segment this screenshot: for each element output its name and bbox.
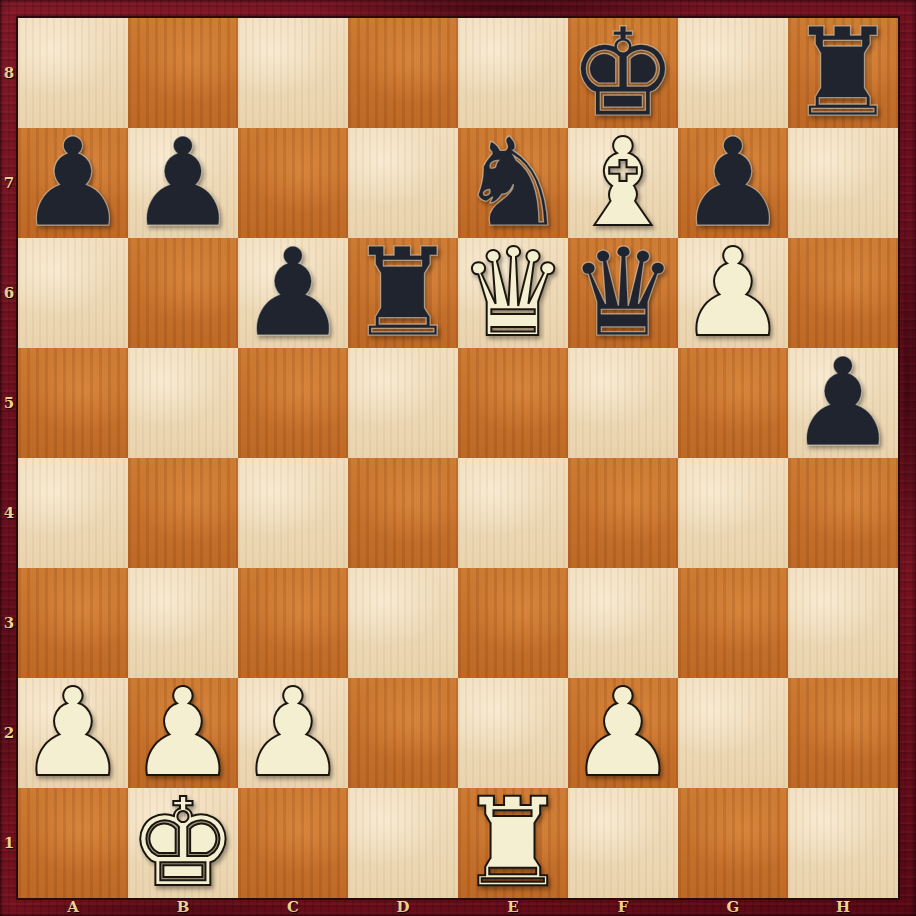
rank-label-5: 5 <box>0 348 18 458</box>
square-d3[interactable] <box>348 568 458 678</box>
square-e6[interactable]: ♛ <box>458 238 568 348</box>
square-f1[interactable] <box>568 788 678 898</box>
rank-label-4: 4 <box>0 458 18 568</box>
piece-white-king[interactable]: ♚ <box>128 788 238 898</box>
square-g1[interactable] <box>678 788 788 898</box>
square-f2[interactable]: ♟ <box>568 678 678 788</box>
file-label-g: G <box>678 898 788 916</box>
piece-black-rook[interactable]: ♜ <box>788 18 898 128</box>
square-d4[interactable] <box>348 458 458 568</box>
rank-label-6: 6 <box>0 238 18 348</box>
square-e4[interactable] <box>458 458 568 568</box>
square-d1[interactable] <box>348 788 458 898</box>
piece-black-pawn[interactable]: ♟ <box>238 238 348 348</box>
rank-labels: 87654321 <box>0 18 18 898</box>
square-c4[interactable] <box>238 458 348 568</box>
piece-black-pawn[interactable]: ♟ <box>18 128 128 238</box>
piece-black-queen[interactable]: ♛ <box>568 238 678 348</box>
square-b1[interactable]: ♚ <box>128 788 238 898</box>
file-label-c: C <box>238 898 348 916</box>
square-c6[interactable]: ♟ <box>238 238 348 348</box>
square-f4[interactable] <box>568 458 678 568</box>
file-labels: ABCDEFGH <box>18 898 898 916</box>
file-label-a: A <box>18 898 128 916</box>
square-a2[interactable]: ♟ <box>18 678 128 788</box>
piece-white-pawn[interactable]: ♟ <box>568 678 678 788</box>
square-b7[interactable]: ♟ <box>128 128 238 238</box>
file-label-e: E <box>458 898 568 916</box>
square-h7[interactable] <box>788 128 898 238</box>
file-label-d: D <box>348 898 458 916</box>
square-e1[interactable]: ♜ <box>458 788 568 898</box>
rank-label-2: 2 <box>0 678 18 788</box>
square-h2[interactable] <box>788 678 898 788</box>
square-f5[interactable] <box>568 348 678 458</box>
file-label-b: B <box>128 898 238 916</box>
square-h5[interactable]: ♟ <box>788 348 898 458</box>
piece-white-rook[interactable]: ♜ <box>458 788 568 898</box>
square-d8[interactable] <box>348 18 458 128</box>
square-b6[interactable] <box>128 238 238 348</box>
square-g3[interactable] <box>678 568 788 678</box>
square-h8[interactable]: ♜ <box>788 18 898 128</box>
rank-label-1: 1 <box>0 788 18 898</box>
square-h4[interactable] <box>788 458 898 568</box>
square-c2[interactable]: ♟ <box>238 678 348 788</box>
square-g4[interactable] <box>678 458 788 568</box>
square-c5[interactable] <box>238 348 348 458</box>
square-f6[interactable]: ♛ <box>568 238 678 348</box>
square-g5[interactable] <box>678 348 788 458</box>
square-a5[interactable] <box>18 348 128 458</box>
square-a4[interactable] <box>18 458 128 568</box>
square-c1[interactable] <box>238 788 348 898</box>
square-e5[interactable] <box>458 348 568 458</box>
square-c8[interactable] <box>238 18 348 128</box>
square-g2[interactable] <box>678 678 788 788</box>
square-b4[interactable] <box>128 458 238 568</box>
chessboard: ♚♜♟♟♞♝♟♟♜♛♛♟♟♟♟♟♟♚♜ <box>18 18 898 898</box>
square-h3[interactable] <box>788 568 898 678</box>
square-a7[interactable]: ♟ <box>18 128 128 238</box>
piece-black-pawn[interactable]: ♟ <box>788 348 898 458</box>
square-h1[interactable] <box>788 788 898 898</box>
piece-white-queen[interactable]: ♛ <box>458 238 568 348</box>
square-a6[interactable] <box>18 238 128 348</box>
piece-white-pawn[interactable]: ♟ <box>678 238 788 348</box>
square-d5[interactable] <box>348 348 458 458</box>
square-e3[interactable] <box>458 568 568 678</box>
square-d2[interactable] <box>348 678 458 788</box>
square-g6[interactable]: ♟ <box>678 238 788 348</box>
rank-label-7: 7 <box>0 128 18 238</box>
piece-black-rook[interactable]: ♜ <box>348 238 458 348</box>
square-b5[interactable] <box>128 348 238 458</box>
square-a1[interactable] <box>18 788 128 898</box>
file-label-h: H <box>788 898 898 916</box>
file-label-f: F <box>568 898 678 916</box>
chessboard-frame: ♚♜♟♟♞♝♟♟♜♛♛♟♟♟♟♟♟♚♜ 87654321 ABCDEFGH <box>0 0 916 916</box>
piece-white-pawn[interactable]: ♟ <box>238 678 348 788</box>
square-d6[interactable]: ♜ <box>348 238 458 348</box>
rank-label-3: 3 <box>0 568 18 678</box>
piece-white-pawn[interactable]: ♟ <box>18 678 128 788</box>
piece-black-pawn[interactable]: ♟ <box>128 128 238 238</box>
rank-label-8: 8 <box>0 18 18 128</box>
